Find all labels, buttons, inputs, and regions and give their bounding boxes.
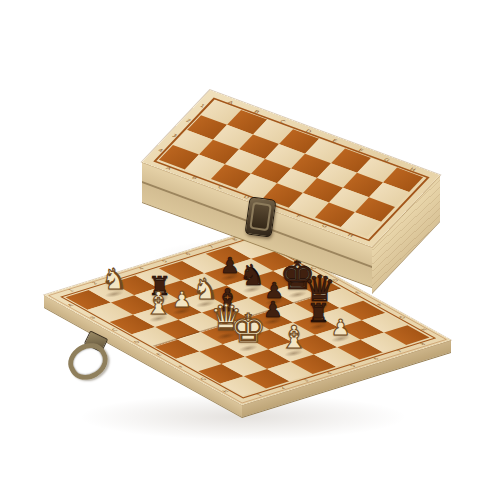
white-knight-glyph: ♞ <box>101 265 127 294</box>
white-pawn-glyph: ♟ <box>172 289 192 311</box>
clasp-ring-icon <box>62 336 114 386</box>
product-photo-scene: 12345678 12345678 ABCDEFGH ABCDEFGH ♞♜♟♝… <box>0 0 500 500</box>
box-latch <box>244 196 276 237</box>
white-king-glyph: ♚ <box>230 308 266 348</box>
black-knight-glyph: ♞ <box>239 261 265 290</box>
latch-clasp-icon <box>249 202 272 231</box>
white-bishop-glyph: ♝ <box>280 322 308 353</box>
white-pawn-glyph: ♟ <box>331 317 351 339</box>
black-rook-glyph: ♜ <box>307 301 330 327</box>
board-clasp-hook <box>66 332 110 384</box>
black-pawn-glyph: ♟ <box>220 255 240 277</box>
white-bishop-glyph: ♝ <box>145 288 173 319</box>
